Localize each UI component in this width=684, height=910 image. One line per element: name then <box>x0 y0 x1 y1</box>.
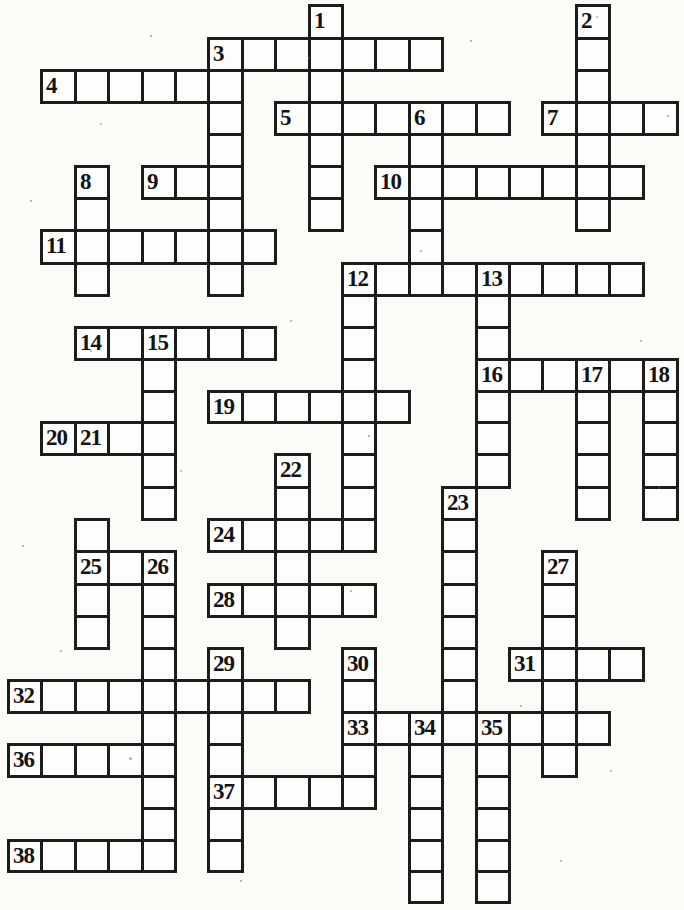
cell-r15c17[interactable] <box>575 486 611 521</box>
clue-number-26: 26 <box>144 553 174 578</box>
cell-r14c19[interactable] <box>642 453 679 489</box>
scan-speck <box>150 35 152 37</box>
clue-number-32: 32 <box>10 682 40 707</box>
clue-number-25: 25 <box>77 553 107 578</box>
clue-number-11: 11 <box>43 232 74 257</box>
clue-number-22: 22 <box>277 456 308 481</box>
cell-r21c0[interactable]: 32 <box>7 679 43 714</box>
clue-number-34: 34 <box>411 714 441 739</box>
cell-r16c2[interactable] <box>74 518 110 553</box>
cell-r10c2[interactable]: 14 <box>74 326 110 361</box>
cell-r4c6[interactable] <box>207 133 244 168</box>
scan-speck <box>60 650 62 652</box>
cell-r3c12[interactable]: 6 <box>408 101 444 136</box>
cell-r3c19[interactable] <box>642 101 679 136</box>
cell-r23c16[interactable] <box>541 743 578 778</box>
cell-r26c4[interactable] <box>141 839 177 873</box>
cell-r23c4[interactable] <box>141 743 177 778</box>
cell-r21c3[interactable] <box>107 679 144 714</box>
clue-number-29: 29 <box>210 650 241 675</box>
clue-number-24: 24 <box>210 521 241 546</box>
cell-r16c13[interactable] <box>441 518 478 553</box>
cell-r1c12[interactable] <box>408 37 444 72</box>
cell-r22c11[interactable] <box>374 711 411 746</box>
scan-speck <box>30 200 32 202</box>
cell-r24c12[interactable] <box>408 775 444 810</box>
cell-r14c14[interactable] <box>475 453 511 489</box>
cell-r18c9[interactable] <box>308 583 344 618</box>
cell-r11c16[interactable] <box>541 358 578 393</box>
cell-r23c1[interactable] <box>40 743 77 778</box>
cell-r7c7[interactable] <box>241 229 277 265</box>
scan-speck <box>180 470 182 472</box>
cell-r2c1[interactable]: 4 <box>40 69 77 104</box>
cell-r22c15[interactable] <box>508 711 544 746</box>
clue-number-20: 20 <box>43 424 74 449</box>
clue-number-5: 5 <box>277 104 308 129</box>
cell-r5c16[interactable] <box>541 165 578 200</box>
cell-r26c1[interactable] <box>40 839 77 873</box>
clue-number-27: 27 <box>544 553 575 578</box>
cell-r21c6[interactable] <box>207 679 244 714</box>
cell-r21c5[interactable] <box>174 679 210 714</box>
cell-r11c17[interactable]: 17 <box>575 358 611 393</box>
cell-r7c12[interactable] <box>408 229 444 265</box>
cell-r18c16[interactable] <box>541 583 578 618</box>
cell-r23c12[interactable] <box>408 743 444 778</box>
clue-number-30: 30 <box>344 650 374 675</box>
cell-r12c4[interactable] <box>141 390 177 424</box>
cell-r2c9[interactable] <box>308 69 344 104</box>
clue-number-10: 10 <box>377 168 408 193</box>
cell-r5c15[interactable] <box>508 165 544 200</box>
cell-r17c2[interactable]: 25 <box>74 550 110 586</box>
cell-r10c4[interactable]: 15 <box>141 326 177 361</box>
cell-r26c2[interactable] <box>74 839 110 873</box>
cell-r20c17[interactable] <box>575 647 611 682</box>
cell-r3c17[interactable] <box>575 101 611 136</box>
cell-r7c3[interactable] <box>107 229 144 265</box>
cell-r17c16[interactable]: 27 <box>541 550 578 586</box>
cell-r14c4[interactable] <box>141 453 177 489</box>
cell-r2c6[interactable] <box>207 69 244 104</box>
cell-r6c6[interactable] <box>207 197 244 232</box>
cell-r23c10[interactable] <box>341 743 377 778</box>
clue-number-18: 18 <box>645 361 676 386</box>
cell-r10c10[interactable] <box>341 326 377 361</box>
cell-r5c5[interactable] <box>174 165 210 200</box>
scan-speck <box>290 320 292 322</box>
cell-r25c14[interactable] <box>475 807 511 842</box>
cell-r20c4[interactable] <box>141 647 177 682</box>
clue-number-13: 13 <box>478 265 508 290</box>
cell-r13c1[interactable]: 20 <box>40 421 77 456</box>
cell-r9c14[interactable] <box>475 294 511 329</box>
cell-r4c17[interactable] <box>575 133 611 168</box>
cell-r12c6[interactable]: 19 <box>207 390 244 424</box>
cell-r24c8[interactable] <box>274 775 311 810</box>
cell-r13c10[interactable] <box>341 421 377 456</box>
cell-r16c9[interactable] <box>308 518 344 553</box>
cell-r8c18[interactable] <box>608 262 645 297</box>
cell-r18c2[interactable] <box>74 583 110 618</box>
cell-r1c17[interactable] <box>575 37 611 72</box>
cell-r3c18[interactable] <box>608 101 645 136</box>
cell-r10c5[interactable] <box>174 326 210 361</box>
cell-r3c8[interactable]: 5 <box>274 101 311 136</box>
cell-r7c5[interactable] <box>174 229 210 265</box>
cell-r17c8[interactable] <box>274 550 311 586</box>
clue-number-16: 16 <box>478 361 508 386</box>
cell-r20c10[interactable]: 30 <box>341 647 377 682</box>
clue-number-31: 31 <box>511 650 541 675</box>
cell-r19c16[interactable] <box>541 615 578 650</box>
clue-number-7: 7 <box>544 104 575 129</box>
cell-r15c10[interactable] <box>341 486 377 521</box>
scan-speck <box>610 770 612 772</box>
cell-r0c17[interactable]: 2 <box>575 4 611 40</box>
cell-r15c19[interactable] <box>642 486 679 521</box>
cell-r8c15[interactable] <box>508 262 544 297</box>
cell-r1c10[interactable] <box>341 37 377 72</box>
cell-r23c2[interactable] <box>74 743 110 778</box>
cell-r5c13[interactable] <box>441 165 478 200</box>
cell-r1c11[interactable] <box>374 37 411 72</box>
cell-r8c16[interactable] <box>541 262 578 297</box>
cell-r12c7[interactable] <box>241 390 277 424</box>
cell-r2c4[interactable] <box>141 69 177 104</box>
clue-number-8: 8 <box>77 168 107 193</box>
cell-r10c6[interactable] <box>207 326 244 361</box>
clue-number-4: 4 <box>43 72 74 97</box>
cell-r19c4[interactable] <box>141 615 177 650</box>
cell-r8c13[interactable] <box>441 262 478 297</box>
cell-r20c13[interactable] <box>441 647 478 682</box>
clue-number-14: 14 <box>77 329 107 354</box>
clue-number-19: 19 <box>210 393 241 418</box>
cell-r27c14[interactable] <box>475 870 511 904</box>
cell-r3c11[interactable] <box>374 101 411 136</box>
cell-r5c11[interactable]: 10 <box>374 165 411 200</box>
cell-r27c12[interactable] <box>408 870 444 904</box>
cell-r14c17[interactable] <box>575 453 611 489</box>
cell-r9c10[interactable] <box>341 294 377 329</box>
cell-r12c10[interactable] <box>341 390 377 424</box>
clue-number-12: 12 <box>344 265 374 290</box>
cell-r26c6[interactable] <box>207 839 244 873</box>
cell-r25c6[interactable] <box>207 807 244 842</box>
cell-r24c9[interactable] <box>308 775 344 810</box>
cell-r13c19[interactable] <box>642 421 679 456</box>
cell-r8c17[interactable] <box>575 262 611 297</box>
scan-speck <box>560 860 562 862</box>
cell-r14c8[interactable]: 22 <box>274 453 311 489</box>
cell-r3c9[interactable] <box>308 101 344 136</box>
clue-number-33: 33 <box>344 714 374 739</box>
cell-r12c8[interactable] <box>274 390 311 424</box>
cell-r5c17[interactable] <box>575 165 611 200</box>
cell-r18c6[interactable]: 28 <box>207 583 244 618</box>
cell-r4c9[interactable] <box>308 133 344 168</box>
cell-r2c3[interactable] <box>107 69 144 104</box>
cell-r11c4[interactable] <box>141 358 177 393</box>
cell-r8c14[interactable]: 13 <box>475 262 511 297</box>
cell-r22c6[interactable] <box>207 711 244 746</box>
cell-r13c14[interactable] <box>475 421 511 456</box>
cell-r26c12[interactable] <box>408 839 444 873</box>
cell-r7c1[interactable]: 11 <box>40 229 77 265</box>
cell-r12c19[interactable] <box>642 390 679 424</box>
clue-number-9: 9 <box>144 168 174 193</box>
cell-r4c12[interactable] <box>408 133 444 168</box>
cell-r22c16[interactable] <box>541 711 578 746</box>
cell-r3c16[interactable]: 7 <box>541 101 578 136</box>
cell-r6c17[interactable] <box>575 197 611 232</box>
cell-r20c6[interactable]: 29 <box>207 647 244 682</box>
cell-r7c4[interactable] <box>141 229 177 265</box>
cell-r5c9[interactable] <box>308 165 344 200</box>
clue-number-37: 37 <box>210 778 241 803</box>
cell-r13c4[interactable] <box>141 421 177 456</box>
cell-r18c4[interactable] <box>141 583 177 618</box>
cell-r23c6[interactable] <box>207 743 244 778</box>
cell-r24c7[interactable] <box>241 775 277 810</box>
clue-number-6: 6 <box>411 104 441 129</box>
scan-speck <box>470 40 472 42</box>
cell-r22c10[interactable]: 33 <box>341 711 377 746</box>
cell-r5c18[interactable] <box>608 165 645 200</box>
cell-r12c14[interactable] <box>475 390 511 424</box>
clue-number-17: 17 <box>578 361 608 386</box>
cell-r3c14[interactable] <box>475 101 511 136</box>
cell-r13c2[interactable]: 21 <box>74 421 110 456</box>
cell-r6c12[interactable] <box>408 197 444 232</box>
clue-number-35: 35 <box>478 714 508 739</box>
scan-speck <box>240 880 242 882</box>
cell-r6c2[interactable] <box>74 197 110 232</box>
cell-r5c2[interactable]: 8 <box>74 165 110 200</box>
cell-r6c9[interactable] <box>308 197 344 232</box>
cell-r21c13[interactable] <box>441 679 478 714</box>
cell-r0c9[interactable]: 1 <box>308 4 344 40</box>
clue-number-36: 36 <box>10 746 40 771</box>
clue-number-1: 1 <box>311 7 341 32</box>
cell-r7c2[interactable] <box>74 229 110 265</box>
cell-r5c14[interactable] <box>475 165 511 200</box>
cell-r20c18[interactable] <box>608 647 645 682</box>
cell-r12c11[interactable] <box>374 390 411 424</box>
clue-number-2: 2 <box>578 7 608 32</box>
cell-r2c17[interactable] <box>575 69 611 104</box>
cell-r8c11[interactable] <box>374 262 411 297</box>
cell-r3c6[interactable] <box>207 101 244 136</box>
cell-r21c10[interactable] <box>341 679 377 714</box>
cell-r5c4[interactable]: 9 <box>141 165 177 200</box>
cell-r19c13[interactable] <box>441 615 478 650</box>
cell-r20c16[interactable] <box>541 647 578 682</box>
cell-r18c8[interactable] <box>274 583 311 618</box>
cell-r21c4[interactable] <box>141 679 177 714</box>
cell-r8c2[interactable] <box>74 262 110 297</box>
cell-r12c9[interactable] <box>308 390 344 424</box>
cell-r21c16[interactable] <box>541 679 578 714</box>
cell-r23c0[interactable]: 36 <box>7 743 43 778</box>
cell-r26c14[interactable] <box>475 839 511 873</box>
cell-r20c15[interactable]: 31 <box>508 647 544 682</box>
cell-r22c12[interactable]: 34 <box>408 711 444 746</box>
clue-number-21: 21 <box>77 424 107 449</box>
cell-r21c2[interactable] <box>74 679 110 714</box>
cell-r11c15[interactable] <box>508 358 544 393</box>
cell-r1c9[interactable] <box>308 37 344 72</box>
cell-r11c10[interactable] <box>341 358 377 393</box>
cell-r5c6[interactable] <box>207 165 244 200</box>
clue-number-3: 3 <box>210 40 241 65</box>
cell-r10c3[interactable] <box>107 326 144 361</box>
cell-r13c3[interactable] <box>107 421 144 456</box>
cell-r10c14[interactable] <box>475 326 511 361</box>
cell-r22c14[interactable]: 35 <box>475 711 511 746</box>
cell-r15c4[interactable] <box>141 486 177 521</box>
clue-number-23: 23 <box>444 489 475 514</box>
cell-r17c3[interactable] <box>107 550 144 586</box>
cell-r23c3[interactable] <box>107 743 144 778</box>
cell-r18c13[interactable] <box>441 583 478 618</box>
scan-speck <box>100 123 102 125</box>
cell-r26c0[interactable]: 38 <box>7 839 43 873</box>
cell-r14c10[interactable] <box>341 453 377 489</box>
cell-r15c13[interactable]: 23 <box>441 486 478 521</box>
cell-r19c8[interactable] <box>274 615 311 650</box>
cell-r11c18[interactable] <box>608 358 645 393</box>
cell-r21c7[interactable] <box>241 679 277 714</box>
cell-r3c13[interactable] <box>441 101 478 136</box>
cell-r17c4[interactable]: 26 <box>141 550 177 586</box>
cell-r16c6[interactable]: 24 <box>207 518 244 553</box>
scan-speck <box>640 340 642 342</box>
cell-r21c1[interactable] <box>40 679 77 714</box>
cell-r16c8[interactable] <box>274 518 311 553</box>
cell-r22c4[interactable] <box>141 711 177 746</box>
cell-r24c14[interactable] <box>475 775 511 810</box>
scan-speck <box>22 545 24 547</box>
cell-r16c10[interactable] <box>341 518 377 553</box>
cell-r26c3[interactable] <box>107 839 144 873</box>
cell-r7c6[interactable] <box>207 229 244 265</box>
cell-r1c7[interactable] <box>241 37 277 72</box>
cell-r8c6[interactable] <box>207 262 244 297</box>
cell-r22c13[interactable] <box>441 711 478 746</box>
cell-r11c14[interactable]: 16 <box>475 358 511 393</box>
clue-number-38: 38 <box>10 842 40 867</box>
cell-r18c10[interactable] <box>341 583 377 618</box>
cell-r21c8[interactable] <box>274 679 311 714</box>
cell-r12c17[interactable] <box>575 390 611 424</box>
cell-r22c17[interactable] <box>575 711 611 746</box>
cell-r25c12[interactable] <box>408 807 444 842</box>
cell-r16c7[interactable] <box>241 518 277 553</box>
cell-r23c14[interactable] <box>475 743 511 778</box>
clue-number-28: 28 <box>210 586 241 611</box>
cell-r24c10[interactable] <box>341 775 377 810</box>
cell-r25c4[interactable] <box>141 807 177 842</box>
clue-number-15: 15 <box>144 329 174 354</box>
cell-r24c6[interactable]: 37 <box>207 775 244 810</box>
cell-r1c8[interactable] <box>274 37 311 72</box>
cell-r5c12[interactable] <box>408 165 444 200</box>
cell-r18c7[interactable] <box>241 583 277 618</box>
cell-r15c8[interactable] <box>274 486 311 521</box>
cell-r13c17[interactable] <box>575 421 611 456</box>
cell-r2c2[interactable] <box>74 69 110 104</box>
cell-r19c2[interactable] <box>74 615 110 650</box>
cell-r1c6[interactable]: 3 <box>207 37 244 72</box>
cell-r17c13[interactable] <box>441 550 478 586</box>
cell-r3c10[interactable] <box>341 101 377 136</box>
cell-r11c19[interactable]: 18 <box>642 358 679 393</box>
cell-r2c5[interactable] <box>174 69 210 104</box>
crossword-grid: 1234567891011121314151617181920212223242… <box>0 0 684 910</box>
scan-speck <box>520 705 522 707</box>
cell-r24c4[interactable] <box>141 775 177 810</box>
cell-r8c10[interactable]: 12 <box>341 262 377 297</box>
cell-r10c7[interactable] <box>241 326 277 361</box>
cell-r8c12[interactable] <box>408 262 444 297</box>
